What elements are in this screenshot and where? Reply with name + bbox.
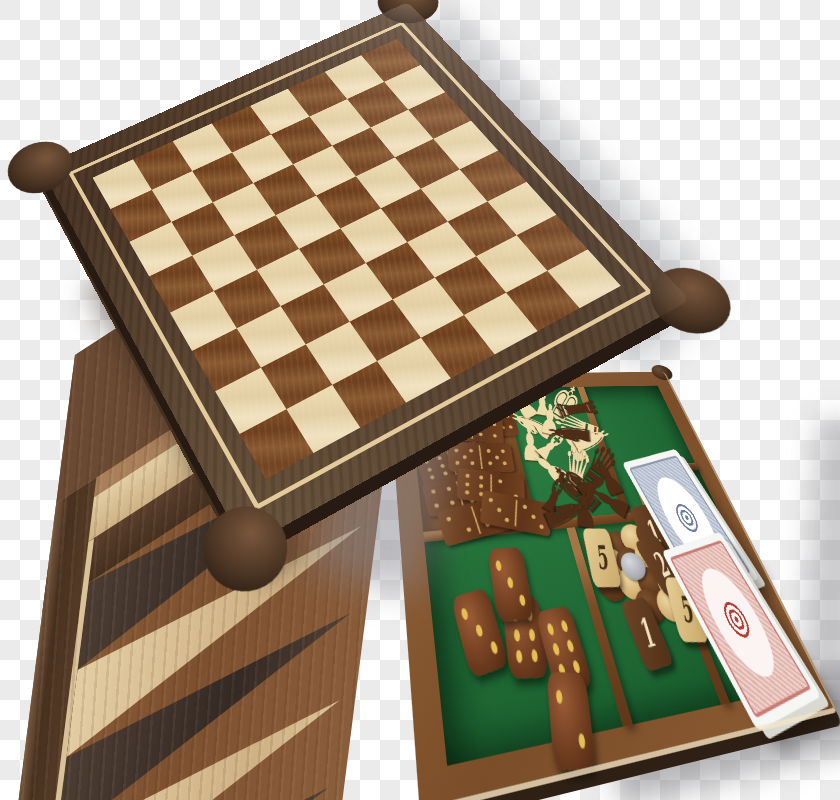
domino-tile	[447, 442, 515, 472]
checker-piece-light	[614, 566, 652, 602]
tray-partition	[635, 463, 698, 475]
chess-piece-dark: ♟	[581, 476, 637, 526]
chess-piece-dark: ♟	[571, 480, 598, 538]
number-cube: 1	[620, 596, 675, 672]
domino-half	[422, 478, 464, 517]
domino-half	[456, 467, 491, 502]
checker-piece-light	[631, 541, 667, 574]
chess-piece-dark: ♚	[539, 452, 614, 526]
checker-piece-light	[593, 546, 629, 580]
checker-piece-dark	[632, 520, 667, 551]
wooden-die	[487, 547, 535, 622]
domino-tile	[480, 490, 550, 537]
checker-piece-dark	[612, 546, 648, 580]
number-cube: 5	[664, 577, 710, 642]
domino-half	[491, 472, 525, 507]
product-photo: ♟♝♚♞♟♛♟♝♟♞♟♛♜♞♛♚♟♟♝♟♟♞ 15251	[0, 0, 840, 800]
checker-piece-dark	[633, 566, 671, 602]
chess-piece-dark: ♛	[573, 435, 626, 500]
tray-partition	[628, 467, 730, 705]
tray-partition	[566, 527, 633, 727]
checker-piece-dark	[593, 567, 630, 603]
chess-piece-dark: ♟	[568, 463, 620, 508]
domino-tile	[422, 473, 498, 517]
chess-piece-dark: ♜	[548, 396, 607, 423]
checker-piece-dark	[631, 587, 670, 625]
tray-partition	[423, 509, 671, 542]
checker-piece-dark	[580, 528, 615, 561]
domino-half	[479, 443, 515, 472]
checker-piece-light	[653, 567, 691, 602]
chess-piece-light: ♛	[558, 436, 595, 505]
wooden-die	[502, 596, 549, 679]
wooden-die	[451, 587, 510, 679]
checker-piece-dark	[601, 530, 637, 562]
chess-piece-dark: ♞	[541, 416, 598, 450]
bullseye-rings	[712, 591, 762, 650]
number-cube: 2	[634, 533, 689, 598]
chess-piece-dark: ♟	[585, 451, 631, 504]
checker-piece-light	[646, 534, 682, 566]
domino-half	[456, 473, 498, 511]
checker-piece-light	[652, 586, 691, 624]
backgammon-point	[44, 657, 345, 800]
checker-piece-light	[617, 523, 652, 555]
backgammon-point	[55, 569, 356, 800]
domino-half	[515, 497, 550, 537]
chess-piece-dark: ♝	[532, 459, 578, 527]
wooden-die	[546, 672, 596, 770]
domino-tile	[456, 467, 525, 506]
chess-piece-light: ♟	[517, 420, 545, 468]
backgammon-point	[33, 744, 334, 800]
chess-piece-light: ♞	[562, 422, 622, 460]
domino-tile	[436, 495, 515, 546]
chess-piece-light: ♛	[545, 403, 608, 447]
chess-piece-light: ♟	[521, 443, 576, 493]
number-cube: 1	[628, 503, 677, 562]
checker-piece-dark	[650, 551, 687, 585]
number-cube: 5	[582, 528, 622, 587]
domino-half	[480, 490, 517, 530]
bullseye-rings	[665, 496, 709, 542]
tray-partition	[577, 387, 631, 514]
chess-piece-dark: ♞	[532, 492, 601, 537]
coin	[617, 551, 649, 581]
domino-half	[436, 503, 481, 546]
card-back-center	[646, 473, 730, 569]
chess-piece-light: ♟	[538, 397, 561, 443]
wooden-die	[535, 605, 594, 695]
chess-piece-light: ♝	[525, 418, 581, 470]
domino-half	[470, 495, 514, 537]
chess-piece-light: ♟	[550, 420, 596, 470]
